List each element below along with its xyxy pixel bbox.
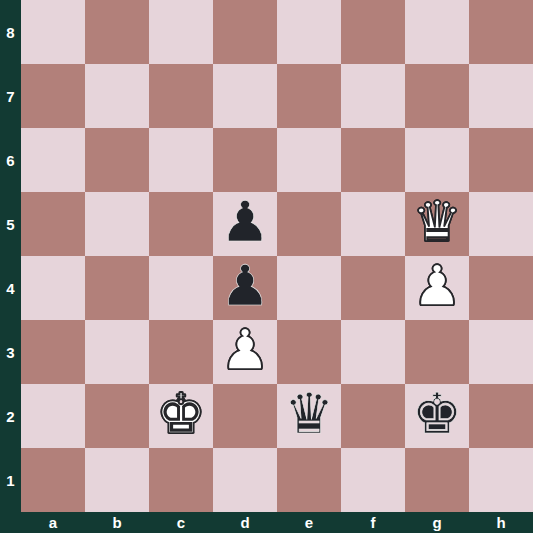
square-d7[interactable] xyxy=(213,64,277,128)
square-a1[interactable] xyxy=(21,448,85,512)
square-d1[interactable] xyxy=(213,448,277,512)
square-h7[interactable] xyxy=(469,64,533,128)
file-label-c: c xyxy=(149,512,213,533)
chess-board-app: ♟♛♟♟♟♚♛♚ 87654321 abcdefgh xyxy=(0,0,533,533)
square-e7[interactable] xyxy=(277,64,341,128)
square-e3[interactable] xyxy=(277,320,341,384)
square-c8[interactable] xyxy=(149,0,213,64)
square-e2[interactable]: ♛ xyxy=(277,384,341,448)
square-h3[interactable] xyxy=(469,320,533,384)
piece-black-pawn[interactable]: ♟ xyxy=(220,254,270,318)
piece-black-queen[interactable]: ♛ xyxy=(284,382,334,446)
rank-label-3: 3 xyxy=(0,320,21,384)
square-a6[interactable] xyxy=(21,128,85,192)
square-h4[interactable] xyxy=(469,256,533,320)
square-b4[interactable] xyxy=(85,256,149,320)
square-g4[interactable]: ♟ xyxy=(405,256,469,320)
square-b2[interactable] xyxy=(85,384,149,448)
square-b5[interactable] xyxy=(85,192,149,256)
rank-label-1: 1 xyxy=(0,448,21,512)
file-label-g: g xyxy=(405,512,469,533)
rank-label-7: 7 xyxy=(0,64,21,128)
rank-label-5: 5 xyxy=(0,192,21,256)
file-label-b: b xyxy=(85,512,149,533)
square-e6[interactable] xyxy=(277,128,341,192)
square-c2[interactable]: ♚ xyxy=(149,384,213,448)
piece-white-pawn[interactable]: ♟ xyxy=(220,318,270,382)
square-d4[interactable]: ♟ xyxy=(213,256,277,320)
square-f6[interactable] xyxy=(341,128,405,192)
rank-labels: 87654321 xyxy=(0,0,21,512)
square-d2[interactable] xyxy=(213,384,277,448)
square-g1[interactable] xyxy=(405,448,469,512)
file-labels: abcdefgh xyxy=(21,512,533,533)
rank-label-6: 6 xyxy=(0,128,21,192)
square-b3[interactable] xyxy=(85,320,149,384)
square-a8[interactable] xyxy=(21,0,85,64)
square-h5[interactable] xyxy=(469,192,533,256)
square-f3[interactable] xyxy=(341,320,405,384)
file-label-d: d xyxy=(213,512,277,533)
square-f8[interactable] xyxy=(341,0,405,64)
square-d5[interactable]: ♟ xyxy=(213,192,277,256)
square-c1[interactable] xyxy=(149,448,213,512)
square-b6[interactable] xyxy=(85,128,149,192)
file-label-a: a xyxy=(21,512,85,533)
square-h2[interactable] xyxy=(469,384,533,448)
square-c4[interactable] xyxy=(149,256,213,320)
square-e1[interactable] xyxy=(277,448,341,512)
square-g2[interactable]: ♚ xyxy=(405,384,469,448)
piece-white-queen[interactable]: ♛ xyxy=(412,190,462,254)
chess-board: ♟♛♟♟♟♚♛♚ xyxy=(21,0,533,512)
file-label-f: f xyxy=(341,512,405,533)
rank-label-2: 2 xyxy=(0,384,21,448)
square-g3[interactable] xyxy=(405,320,469,384)
square-a7[interactable] xyxy=(21,64,85,128)
square-a2[interactable] xyxy=(21,384,85,448)
piece-white-pawn[interactable]: ♟ xyxy=(412,254,462,318)
square-g8[interactable] xyxy=(405,0,469,64)
square-e4[interactable] xyxy=(277,256,341,320)
square-c5[interactable] xyxy=(149,192,213,256)
square-f2[interactable] xyxy=(341,384,405,448)
piece-white-king[interactable]: ♚ xyxy=(156,382,206,446)
piece-black-pawn[interactable]: ♟ xyxy=(220,190,270,254)
square-f1[interactable] xyxy=(341,448,405,512)
file-label-e: e xyxy=(277,512,341,533)
square-f5[interactable] xyxy=(341,192,405,256)
square-h1[interactable] xyxy=(469,448,533,512)
square-g7[interactable] xyxy=(405,64,469,128)
square-g6[interactable] xyxy=(405,128,469,192)
square-f7[interactable] xyxy=(341,64,405,128)
square-e8[interactable] xyxy=(277,0,341,64)
square-g5[interactable]: ♛ xyxy=(405,192,469,256)
square-b1[interactable] xyxy=(85,448,149,512)
square-f4[interactable] xyxy=(341,256,405,320)
square-b7[interactable] xyxy=(85,64,149,128)
square-h6[interactable] xyxy=(469,128,533,192)
rank-label-8: 8 xyxy=(0,0,21,64)
square-d8[interactable] xyxy=(213,0,277,64)
square-d6[interactable] xyxy=(213,128,277,192)
square-h8[interactable] xyxy=(469,0,533,64)
square-c6[interactable] xyxy=(149,128,213,192)
file-label-h: h xyxy=(469,512,533,533)
piece-black-king[interactable]: ♚ xyxy=(412,382,462,446)
square-e5[interactable] xyxy=(277,192,341,256)
square-a4[interactable] xyxy=(21,256,85,320)
square-c7[interactable] xyxy=(149,64,213,128)
square-d3[interactable]: ♟ xyxy=(213,320,277,384)
square-a3[interactable] xyxy=(21,320,85,384)
square-c3[interactable] xyxy=(149,320,213,384)
rank-label-4: 4 xyxy=(0,256,21,320)
square-a5[interactable] xyxy=(21,192,85,256)
square-b8[interactable] xyxy=(85,0,149,64)
